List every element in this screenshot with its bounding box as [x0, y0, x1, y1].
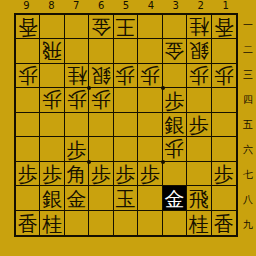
sente-pawn-piece[interactable]: 歩	[42, 164, 62, 184]
cell-1-5[interactable]	[212, 113, 236, 137]
cell-9-5[interactable]	[16, 113, 40, 137]
sente-knight-piece[interactable]: 桂	[189, 213, 209, 233]
cell-1-3[interactable]: 歩	[212, 64, 236, 88]
cell-9-4[interactable]	[16, 88, 40, 112]
cell-2-5[interactable]: 歩	[187, 113, 211, 137]
cell-8-8[interactable]: 銀	[40, 186, 64, 210]
cell-1-7[interactable]: 歩	[212, 162, 236, 186]
gote-pawn-piece[interactable]: 歩	[42, 90, 62, 110]
cell-6-9[interactable]	[89, 211, 113, 235]
cell-6-5[interactable]	[89, 113, 113, 137]
rank-labels: 一二三四五六七八九	[240, 13, 256, 237]
cell-4-9[interactable]	[138, 211, 162, 235]
sente-pawn-piece[interactable]: 歩	[189, 115, 209, 135]
cell-5-5[interactable]	[114, 113, 138, 137]
cell-8-9[interactable]: 桂	[40, 211, 64, 235]
cell-7-6[interactable]: 歩	[65, 137, 89, 161]
rank-label: 七	[240, 162, 256, 187]
gote-rook-piece[interactable]: 飛	[42, 41, 62, 61]
gote-knight-piece[interactable]: 桂	[67, 65, 87, 85]
gote-pawn-piece[interactable]: 歩	[91, 90, 111, 110]
gote-gold-piece[interactable]: 金	[164, 41, 184, 61]
sente-gold-piece[interactable]: 金	[67, 188, 87, 208]
cell-7-7[interactable]: 角	[65, 162, 89, 186]
file-label: 5	[114, 0, 139, 12]
cell-6-1[interactable]: 金	[89, 15, 113, 39]
rank-label: 二	[240, 38, 256, 63]
gote-pawn-piece[interactable]: 歩	[189, 65, 209, 85]
cell-6-4[interactable]: 歩	[89, 88, 113, 112]
cell-6-6[interactable]	[89, 137, 113, 161]
cell-2-7[interactable]	[187, 162, 211, 186]
gote-lance-piece[interactable]: 香	[18, 16, 38, 36]
cell-2-1[interactable]: 桂	[187, 15, 211, 39]
cell-8-5[interactable]	[40, 113, 64, 137]
cell-7-4[interactable]: 歩	[65, 88, 89, 112]
rank-label: 四	[240, 88, 256, 113]
rank-label: 八	[240, 187, 256, 212]
sente-pawn-piece[interactable]: 歩	[115, 164, 135, 184]
cell-7-8[interactable]: 金	[65, 186, 89, 210]
cell-6-7[interactable]: 歩	[89, 162, 113, 186]
file-label: 3	[163, 0, 188, 12]
cell-8-7[interactable]: 歩	[40, 162, 64, 186]
shogi-diagram: 987654321 一二三四五六七八九 香金王桂香飛金銀歩桂銀歩歩歩歩歩歩歩歩銀…	[0, 0, 256, 256]
cell-9-1[interactable]: 香	[16, 15, 40, 39]
cell-1-4[interactable]	[212, 88, 236, 112]
cell-2-6[interactable]	[187, 137, 211, 161]
cell-8-4[interactable]: 歩	[40, 88, 64, 112]
cell-9-7[interactable]: 歩	[16, 162, 40, 186]
cell-2-2[interactable]: 銀	[187, 39, 211, 63]
cell-3-5[interactable]: 銀	[163, 113, 187, 137]
cell-3-6[interactable]: 歩	[163, 137, 187, 161]
file-label: 8	[39, 0, 64, 12]
cell-1-1[interactable]: 香	[212, 15, 236, 39]
cell-7-2[interactable]	[65, 39, 89, 63]
cell-6-8[interactable]	[89, 186, 113, 210]
star-point	[161, 86, 165, 90]
cell-3-2[interactable]: 金	[163, 39, 187, 63]
cell-6-3[interactable]: 銀	[89, 64, 113, 88]
gote-silver-piece[interactable]: 銀	[91, 65, 111, 85]
sente-gold-piece[interactable]: 金	[164, 188, 184, 208]
cell-3-8[interactable]: 金	[163, 186, 187, 210]
cell-5-1[interactable]: 王	[114, 15, 138, 39]
sente-silver-piece[interactable]: 銀	[42, 188, 62, 208]
cell-8-2[interactable]: 飛	[40, 39, 64, 63]
cell-7-5[interactable]	[65, 113, 89, 137]
sente-pawn-piece[interactable]: 歩	[91, 164, 111, 184]
cell-9-6[interactable]	[16, 137, 40, 161]
gote-silver-piece[interactable]: 銀	[189, 41, 209, 61]
cell-1-6[interactable]	[212, 137, 236, 161]
rank-label: 三	[240, 63, 256, 88]
cell-9-8[interactable]	[16, 186, 40, 210]
star-point	[87, 160, 91, 164]
cell-4-6[interactable]	[138, 137, 162, 161]
file-label: 2	[188, 0, 213, 12]
rank-label: 六	[240, 137, 256, 162]
sente-lance-piece[interactable]: 香	[214, 213, 234, 233]
gote-pawn-piece[interactable]: 歩	[115, 65, 135, 85]
file-label: 9	[14, 0, 39, 12]
sente-rook-piece[interactable]: 飛	[189, 188, 209, 208]
cell-2-9[interactable]: 桂	[187, 211, 211, 235]
sente-lance-piece[interactable]: 香	[18, 213, 38, 233]
cell-1-9[interactable]: 香	[212, 211, 236, 235]
cell-9-3[interactable]: 歩	[16, 64, 40, 88]
cell-4-2[interactable]	[138, 39, 162, 63]
sente-king-piece[interactable]: 玉	[115, 188, 135, 208]
cell-4-8[interactable]	[138, 186, 162, 210]
cell-9-9[interactable]: 香	[16, 211, 40, 235]
rank-label: 九	[240, 212, 256, 237]
cell-8-3[interactable]	[40, 64, 64, 88]
gote-pawn-piece[interactable]: 歩	[164, 138, 184, 158]
cell-5-4[interactable]	[114, 88, 138, 112]
star-point	[161, 160, 165, 164]
gote-king-piece[interactable]: 王	[115, 16, 135, 36]
cell-8-1[interactable]	[40, 15, 64, 39]
shogi-board: 香金王桂香飛金銀歩桂銀歩歩歩歩歩歩歩歩銀歩歩歩歩歩角歩歩歩歩銀金玉金飛香桂桂香	[14, 13, 238, 237]
file-label: 6	[89, 0, 114, 12]
sente-pawn-piece[interactable]: 歩	[67, 139, 87, 159]
cell-3-3[interactable]	[163, 64, 187, 88]
sente-pawn-piece[interactable]: 歩	[140, 164, 160, 184]
cell-3-1[interactable]	[163, 15, 187, 39]
sente-pawn-piece[interactable]: 歩	[214, 164, 234, 184]
gote-pawn-piece[interactable]: 歩	[67, 90, 87, 110]
cell-2-3[interactable]: 歩	[187, 64, 211, 88]
cell-4-4[interactable]	[138, 88, 162, 112]
cell-7-1[interactable]	[65, 15, 89, 39]
gote-pawn-piece[interactable]: 歩	[214, 65, 234, 85]
cell-2-4[interactable]	[187, 88, 211, 112]
cell-7-3[interactable]: 桂	[65, 64, 89, 88]
cell-5-6[interactable]	[114, 137, 138, 161]
cell-4-7[interactable]: 歩	[138, 162, 162, 186]
gote-knight-piece[interactable]: 桂	[189, 16, 209, 36]
cell-1-2[interactable]	[212, 39, 236, 63]
sente-knight-piece[interactable]: 桂	[42, 213, 62, 233]
sente-pawn-piece[interactable]: 歩	[164, 91, 184, 111]
gote-lance-piece[interactable]: 香	[214, 16, 234, 36]
cell-3-4[interactable]: 歩	[163, 88, 187, 112]
star-point	[87, 86, 91, 90]
cell-1-8[interactable]	[212, 186, 236, 210]
cell-9-2[interactable]	[16, 39, 40, 63]
cell-5-7[interactable]: 歩	[114, 162, 138, 186]
cell-5-3[interactable]: 歩	[114, 64, 138, 88]
rank-label: 一	[240, 13, 256, 38]
cell-5-8[interactable]: 玉	[114, 186, 138, 210]
cell-5-2[interactable]	[114, 39, 138, 63]
cell-3-7[interactable]	[163, 162, 187, 186]
cell-6-2[interactable]	[89, 39, 113, 63]
gote-pawn-piece[interactable]: 歩	[140, 65, 160, 85]
gote-pawn-piece[interactable]: 歩	[18, 65, 38, 85]
cell-4-5[interactable]	[138, 113, 162, 137]
file-label: 7	[64, 0, 89, 12]
cell-7-9[interactable]	[65, 211, 89, 235]
cell-4-1[interactable]	[138, 15, 162, 39]
rank-label: 五	[240, 113, 256, 138]
sente-bishop-piece[interactable]: 角	[67, 164, 87, 184]
file-labels: 987654321	[14, 0, 238, 12]
file-label: 1	[213, 0, 238, 12]
cell-2-8[interactable]: 飛	[187, 186, 211, 210]
gote-gold-piece[interactable]: 金	[91, 16, 111, 36]
cell-5-9[interactable]	[114, 211, 138, 235]
file-label: 4	[138, 0, 163, 12]
sente-pawn-piece[interactable]: 歩	[18, 164, 38, 184]
cell-4-3[interactable]: 歩	[138, 64, 162, 88]
cell-3-9[interactable]	[163, 211, 187, 235]
cell-8-6[interactable]	[40, 137, 64, 161]
sente-silver-piece[interactable]: 銀	[164, 115, 184, 135]
